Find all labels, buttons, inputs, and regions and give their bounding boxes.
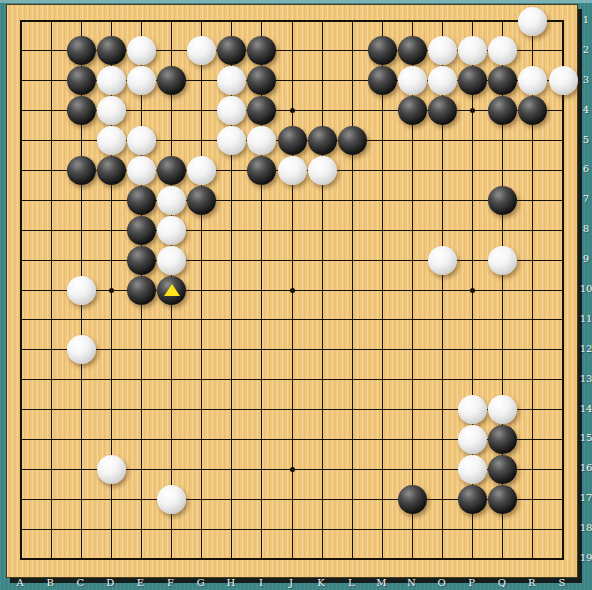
grid-line-horizontal [20, 319, 564, 320]
row-label: 11 [579, 313, 592, 325]
white-stone [97, 96, 126, 125]
row-label: 19 [579, 552, 592, 564]
row-label: 16 [579, 462, 592, 474]
row-label: 17 [579, 492, 592, 504]
black-stone [458, 485, 487, 514]
black-stone [398, 36, 427, 65]
white-stone [157, 485, 186, 514]
black-stone [428, 96, 457, 125]
white-stone [67, 335, 96, 364]
black-stone [278, 126, 307, 155]
window-top-edge [0, 0, 592, 3]
go-game-screen: ABCDEFGHIJKLMNOPQRS123456789101112131415… [0, 0, 592, 590]
black-stone [488, 485, 517, 514]
column-label: P [463, 576, 481, 590]
row-label: 9 [579, 253, 592, 265]
black-stone [398, 96, 427, 125]
black-stone [127, 186, 156, 215]
row-label: 15 [579, 432, 592, 444]
white-stone [97, 455, 126, 484]
grid-line-vertical [562, 20, 564, 560]
grid-line-horizontal [20, 529, 564, 530]
black-stone [488, 66, 517, 95]
black-stone [368, 66, 397, 95]
black-stone [368, 36, 397, 65]
star-point [290, 108, 295, 113]
white-stone [488, 36, 517, 65]
last-move-triangle-marker [164, 284, 180, 296]
white-stone [549, 66, 578, 95]
column-label: L [342, 576, 360, 590]
grid-line-vertical [352, 20, 353, 560]
black-stone [247, 36, 276, 65]
white-stone [428, 36, 457, 65]
grid-line-horizontal [20, 558, 564, 560]
white-stone [398, 66, 427, 95]
black-stone [67, 36, 96, 65]
star-point [290, 467, 295, 472]
white-stone [458, 395, 487, 424]
row-label: 12 [579, 343, 592, 355]
row-label: 1 [579, 14, 592, 26]
black-stone [67, 66, 96, 95]
row-label: 10 [579, 283, 592, 295]
black-stone [488, 425, 517, 454]
white-stone [217, 66, 246, 95]
row-label: 14 [579, 403, 592, 415]
black-stone [67, 96, 96, 125]
black-stone [488, 96, 517, 125]
row-label: 2 [579, 44, 592, 56]
white-stone [127, 156, 156, 185]
white-stone [157, 216, 186, 245]
black-stone [247, 96, 276, 125]
white-stone [127, 36, 156, 65]
white-stone [67, 276, 96, 305]
row-label: 8 [579, 223, 592, 235]
column-label: G [192, 576, 210, 590]
row-label: 5 [579, 134, 592, 146]
column-label: E [131, 576, 149, 590]
white-stone [187, 36, 216, 65]
black-stone [157, 66, 186, 95]
grid-line-horizontal [20, 349, 564, 350]
black-stone [127, 246, 156, 275]
column-label: A [11, 576, 29, 590]
white-stone [127, 66, 156, 95]
column-label: D [101, 576, 119, 590]
black-stone [97, 36, 126, 65]
black-stone [187, 186, 216, 215]
black-stone [458, 66, 487, 95]
white-stone [157, 246, 186, 275]
white-stone [97, 66, 126, 95]
star-point [470, 288, 475, 293]
column-label: J [282, 576, 300, 590]
row-label: 18 [579, 522, 592, 534]
black-stone [398, 485, 427, 514]
white-stone [518, 7, 547, 36]
white-stone [488, 246, 517, 275]
black-stone [247, 66, 276, 95]
white-stone [127, 126, 156, 155]
white-stone [428, 246, 457, 275]
white-stone [97, 126, 126, 155]
white-stone [157, 186, 186, 215]
black-stone [157, 276, 186, 305]
row-label: 4 [579, 104, 592, 116]
white-stone [187, 156, 216, 185]
column-label: C [71, 576, 89, 590]
column-label: N [402, 576, 420, 590]
grid-line-vertical [322, 20, 323, 560]
white-stone [458, 425, 487, 454]
black-stone [488, 186, 517, 215]
star-point [470, 108, 475, 113]
column-label: M [372, 576, 390, 590]
black-stone [308, 126, 337, 155]
row-label: 3 [579, 74, 592, 86]
column-label: I [252, 576, 270, 590]
row-label: 7 [579, 193, 592, 205]
grid-line-horizontal [20, 379, 564, 380]
white-stone [217, 96, 246, 125]
row-label: 13 [579, 373, 592, 385]
go-board[interactable] [6, 4, 578, 578]
white-stone [308, 156, 337, 185]
white-stone [458, 36, 487, 65]
column-label: Q [493, 576, 511, 590]
white-stone [458, 455, 487, 484]
black-stone [97, 156, 126, 185]
black-stone [518, 96, 547, 125]
black-stone [67, 156, 96, 185]
black-stone [127, 216, 156, 245]
column-label: K [312, 576, 330, 590]
column-label: O [433, 576, 451, 590]
column-label: R [523, 576, 541, 590]
column-label: H [222, 576, 240, 590]
column-label: F [162, 576, 180, 590]
black-stone [338, 126, 367, 155]
white-stone [428, 66, 457, 95]
column-label: B [41, 576, 59, 590]
white-stone [488, 395, 517, 424]
black-stone [247, 156, 276, 185]
black-stone [127, 276, 156, 305]
black-stone [217, 36, 246, 65]
white-stone [278, 156, 307, 185]
black-stone [488, 455, 517, 484]
grid-line-vertical [382, 20, 383, 560]
white-stone [217, 126, 246, 155]
star-point [109, 288, 114, 293]
white-stone [247, 126, 276, 155]
white-stone [518, 66, 547, 95]
column-label: S [553, 576, 571, 590]
row-label: 6 [579, 163, 592, 175]
black-stone [157, 156, 186, 185]
star-point [290, 288, 295, 293]
